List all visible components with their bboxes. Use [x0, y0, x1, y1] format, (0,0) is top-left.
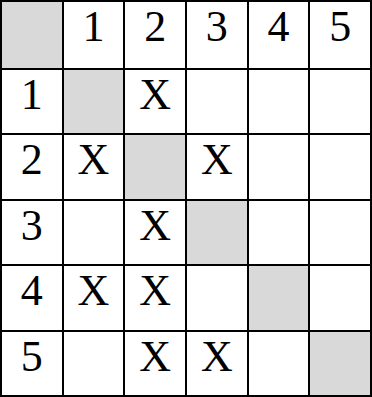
cell-r5-c5[interactable]: [310, 332, 370, 395]
cell-r4-c5[interactable]: [310, 266, 370, 329]
col-header-5: 5: [310, 2, 370, 68]
cell-r4-c1[interactable]: X: [64, 266, 124, 329]
cell-r1-c2[interactable]: X: [125, 70, 185, 133]
cell-r4-c2[interactable]: X: [125, 266, 185, 329]
col-header-3: 3: [187, 2, 247, 68]
row-header-3: 3: [2, 201, 62, 264]
row-header-5: 5: [2, 332, 62, 395]
row-header-2: 2: [2, 135, 62, 198]
cell-r3-c4[interactable]: [249, 201, 309, 264]
cell-r2-c1[interactable]: X: [64, 135, 124, 198]
row-header-4: 4: [2, 266, 62, 329]
cell-r2-c5[interactable]: [310, 135, 370, 198]
row-header-1: 1: [2, 70, 62, 133]
cell-r2-c4[interactable]: [249, 135, 309, 198]
cell-r1-c3[interactable]: [187, 70, 247, 133]
adjacency-matrix-board: 123451X2XX3X4XX5XX: [0, 0, 372, 397]
cell-r1-c5[interactable]: [310, 70, 370, 133]
cell-r3-c1[interactable]: [64, 201, 124, 264]
cell-r3-c3[interactable]: [187, 201, 247, 264]
matrix: 123451X2XX3X4XX5XX: [0, 0, 372, 397]
cell-r2-c3[interactable]: X: [187, 135, 247, 198]
col-header-4: 4: [249, 2, 309, 68]
cell-r5-c4[interactable]: [249, 332, 309, 395]
cell-r5-c1[interactable]: [64, 332, 124, 395]
cell-r2-c2[interactable]: [125, 135, 185, 198]
cell-r1-c4[interactable]: [249, 70, 309, 133]
cell-r3-c2[interactable]: X: [125, 201, 185, 264]
cell-r5-c2[interactable]: X: [125, 332, 185, 395]
col-header-2: 2: [125, 2, 185, 68]
cell-r5-c3[interactable]: X: [187, 332, 247, 395]
cell-r4-c3[interactable]: [187, 266, 247, 329]
col-header-1: 1: [64, 2, 124, 68]
cell-r1-c1[interactable]: [64, 70, 124, 133]
corner-cell: [2, 2, 62, 68]
cell-r3-c5[interactable]: [310, 201, 370, 264]
cell-r4-c4[interactable]: [249, 266, 309, 329]
